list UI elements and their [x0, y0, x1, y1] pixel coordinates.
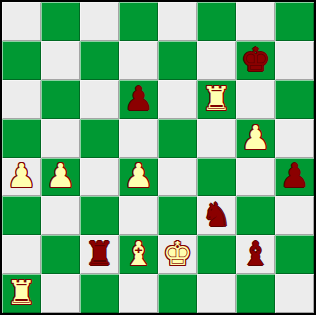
square-g1[interactable] — [236, 274, 275, 313]
piece-black-pawn[interactable]: ♟ — [124, 82, 154, 115]
square-g7[interactable]: ♚ — [236, 41, 275, 80]
piece-black-knight[interactable]: ♞ — [202, 198, 232, 231]
piece-white-pawn[interactable]: ♟ — [241, 121, 271, 154]
piece-white-pawn[interactable]: ♟ — [124, 159, 154, 192]
square-b3[interactable] — [41, 196, 80, 235]
square-g8[interactable] — [236, 2, 275, 41]
square-a8[interactable] — [2, 2, 41, 41]
square-a7[interactable] — [2, 41, 41, 80]
square-f5[interactable] — [197, 119, 236, 158]
square-c6[interactable] — [80, 80, 119, 119]
square-f8[interactable] — [197, 2, 236, 41]
square-g5[interactable]: ♟ — [236, 119, 275, 158]
square-e3[interactable] — [158, 196, 197, 235]
square-c1[interactable] — [80, 274, 119, 313]
square-h6[interactable] — [275, 80, 314, 119]
square-c5[interactable] — [80, 119, 119, 158]
square-d7[interactable] — [119, 41, 158, 80]
square-c8[interactable] — [80, 2, 119, 41]
square-a6[interactable] — [2, 80, 41, 119]
piece-black-rook[interactable]: ♜ — [85, 237, 115, 270]
square-f4[interactable] — [197, 158, 236, 197]
square-b8[interactable] — [41, 2, 80, 41]
square-e6[interactable] — [158, 80, 197, 119]
square-e4[interactable] — [158, 158, 197, 197]
square-d4[interactable]: ♟ — [119, 158, 158, 197]
square-d1[interactable] — [119, 274, 158, 313]
square-b4[interactable]: ♟ — [41, 158, 80, 197]
square-e8[interactable] — [158, 2, 197, 41]
square-a5[interactable] — [2, 119, 41, 158]
square-a3[interactable] — [2, 196, 41, 235]
square-e7[interactable] — [158, 41, 197, 80]
square-c7[interactable] — [80, 41, 119, 80]
square-a2[interactable] — [2, 235, 41, 274]
square-f6[interactable]: ♜ — [197, 80, 236, 119]
square-b6[interactable] — [41, 80, 80, 119]
square-b1[interactable] — [41, 274, 80, 313]
square-d3[interactable] — [119, 196, 158, 235]
square-e1[interactable] — [158, 274, 197, 313]
square-b7[interactable] — [41, 41, 80, 80]
square-g4[interactable] — [236, 158, 275, 197]
square-f3[interactable]: ♞ — [197, 196, 236, 235]
piece-white-rook[interactable]: ♜ — [202, 82, 232, 115]
square-h1[interactable] — [275, 274, 314, 313]
square-b2[interactable] — [41, 235, 80, 274]
square-e2[interactable]: ♚ — [158, 235, 197, 274]
piece-white-rook[interactable]: ♜ — [7, 276, 37, 309]
square-c2[interactable]: ♜ — [80, 235, 119, 274]
piece-white-bishop[interactable]: ♝ — [124, 237, 154, 270]
square-f2[interactable] — [197, 235, 236, 274]
square-h5[interactable] — [275, 119, 314, 158]
piece-black-bishop[interactable]: ♝ — [241, 237, 271, 270]
square-e5[interactable] — [158, 119, 197, 158]
chess-board-frame: ♚♟♜♟♟♟♟♟♞♜♝♚♝♜ — [0, 0, 316, 315]
square-g3[interactable] — [236, 196, 275, 235]
square-b5[interactable] — [41, 119, 80, 158]
square-d6[interactable]: ♟ — [119, 80, 158, 119]
square-d2[interactable]: ♝ — [119, 235, 158, 274]
square-f7[interactable] — [197, 41, 236, 80]
square-d5[interactable] — [119, 119, 158, 158]
square-h2[interactable] — [275, 235, 314, 274]
piece-white-king[interactable]: ♚ — [163, 237, 193, 270]
square-h7[interactable] — [275, 41, 314, 80]
square-c4[interactable] — [80, 158, 119, 197]
piece-white-pawn[interactable]: ♟ — [7, 159, 37, 192]
piece-white-pawn[interactable]: ♟ — [46, 159, 76, 192]
square-g6[interactable] — [236, 80, 275, 119]
square-c3[interactable] — [80, 196, 119, 235]
square-h3[interactable] — [275, 196, 314, 235]
square-f1[interactable] — [197, 274, 236, 313]
square-d8[interactable] — [119, 2, 158, 41]
square-a1[interactable]: ♜ — [2, 274, 41, 313]
square-a4[interactable]: ♟ — [2, 158, 41, 197]
square-h8[interactable] — [275, 2, 314, 41]
square-g2[interactable]: ♝ — [236, 235, 275, 274]
piece-black-pawn[interactable]: ♟ — [280, 159, 310, 192]
chess-board: ♚♟♜♟♟♟♟♟♞♜♝♚♝♜ — [2, 2, 314, 313]
piece-black-king[interactable]: ♚ — [241, 43, 271, 76]
square-h4[interactable]: ♟ — [275, 158, 314, 197]
